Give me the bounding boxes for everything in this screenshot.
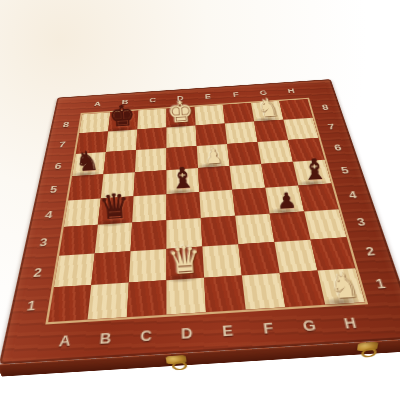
square-e1[interactable]: [204, 275, 246, 312]
square-h8[interactable]: [279, 99, 313, 120]
piece-white-knight-g8[interactable]: ♞: [256, 95, 280, 121]
square-b3[interactable]: [95, 223, 132, 254]
piece-black-bishop-h5[interactable]: ♝: [300, 155, 328, 186]
piece-black-bishop-d5[interactable]: ♝: [168, 163, 196, 194]
rank-label-2: 2: [15, 256, 59, 290]
square-c8[interactable]: [137, 108, 166, 129]
piece-white-king-d8[interactable]: ♚: [166, 96, 194, 127]
square-e4[interactable]: [199, 190, 235, 218]
piece-white-queen-d2[interactable]: ♛: [166, 240, 202, 280]
square-b6[interactable]: [103, 150, 136, 174]
piece-black-king-b8[interactable]: ♚: [108, 100, 136, 131]
file-label-h: H: [275, 81, 307, 101]
chess-board: ABCDEFGH ABCDEFGH 87654321 87654321 ♚♚♞♞…: [0, 79, 400, 364]
brass-latch-left: [166, 355, 187, 364]
rank-label-4: 4: [29, 201, 69, 230]
rank-label-8: 8: [308, 97, 344, 118]
square-f6[interactable]: [227, 142, 261, 166]
square-d1[interactable]: [166, 278, 206, 315]
file-label-f: F: [221, 85, 251, 105]
square-e3[interactable]: [201, 216, 239, 247]
square-f3[interactable]: [235, 214, 274, 245]
piece-black-knight-a6[interactable]: ♞: [74, 148, 100, 176]
piece-white-pawn-e6[interactable]: ♟: [203, 146, 222, 167]
file-label-c: C: [138, 90, 166, 110]
square-b1[interactable]: [87, 283, 128, 320]
square-a2[interactable]: [54, 253, 95, 287]
brass-latch-right: [356, 342, 378, 352]
chess-set-photo: ABCDEFGH ABCDEFGH 87654321 87654321 ♚♚♞♞…: [0, 0, 400, 400]
square-f4[interactable]: [232, 188, 269, 216]
square-c4[interactable]: [132, 194, 166, 222]
square-c3[interactable]: [131, 220, 167, 251]
piece-white-knight-h1[interactable]: ♞: [328, 269, 361, 305]
rank-label-4: 4: [331, 181, 374, 209]
square-a3[interactable]: [59, 225, 98, 256]
square-e8[interactable]: [195, 105, 225, 126]
file-label-e: E: [194, 87, 223, 107]
piece-black-pawn-g4[interactable]: ♟: [276, 190, 297, 213]
rank-label-3: 3: [22, 227, 64, 258]
square-c2[interactable]: [129, 249, 167, 283]
piece-black-queen-b4[interactable]: ♛: [97, 188, 130, 224]
